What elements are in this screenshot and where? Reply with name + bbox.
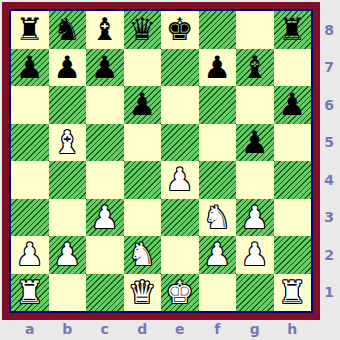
black-king-icon: ♚ bbox=[166, 11, 194, 49]
square-e1[interactable]: ♚ bbox=[161, 274, 199, 312]
square-d6[interactable]: ♟ bbox=[124, 86, 162, 124]
white-pawn-icon: ♟ bbox=[241, 199, 269, 237]
square-d4[interactable] bbox=[124, 161, 162, 199]
white-knight-icon: ♞ bbox=[203, 199, 231, 237]
square-a1[interactable]: ♜ bbox=[11, 274, 49, 312]
square-b6[interactable] bbox=[49, 86, 87, 124]
square-c1[interactable] bbox=[86, 274, 124, 312]
square-a3[interactable] bbox=[11, 199, 49, 237]
white-pawn-icon: ♟ bbox=[53, 236, 81, 274]
rank-labels: 87654321 bbox=[319, 11, 339, 311]
square-e3[interactable] bbox=[161, 199, 199, 237]
black-pawn-icon: ♟ bbox=[278, 86, 306, 124]
file-label-e: e bbox=[161, 319, 199, 339]
black-rook-icon: ♜ bbox=[16, 11, 44, 49]
square-d1[interactable]: ♛ bbox=[124, 274, 162, 312]
rank-label-1: 1 bbox=[319, 274, 339, 312]
square-a2[interactable]: ♟ bbox=[11, 236, 49, 274]
file-label-b: b bbox=[49, 319, 87, 339]
square-a6[interactable] bbox=[11, 86, 49, 124]
square-a4[interactable] bbox=[11, 161, 49, 199]
square-g4[interactable] bbox=[236, 161, 274, 199]
square-f5[interactable] bbox=[199, 124, 237, 162]
square-c8[interactable]: ♝ bbox=[86, 11, 124, 49]
rank-label-3: 3 bbox=[319, 199, 339, 237]
square-b2[interactable]: ♟ bbox=[49, 236, 87, 274]
square-h6[interactable]: ♟ bbox=[274, 86, 312, 124]
square-b4[interactable] bbox=[49, 161, 87, 199]
black-pawn-icon: ♟ bbox=[53, 49, 81, 87]
square-e4[interactable]: ♟ bbox=[161, 161, 199, 199]
square-g1[interactable] bbox=[236, 274, 274, 312]
white-rook-icon: ♜ bbox=[16, 274, 44, 312]
square-c2[interactable] bbox=[86, 236, 124, 274]
white-pawn-icon: ♟ bbox=[203, 236, 231, 274]
square-h5[interactable] bbox=[274, 124, 312, 162]
black-pawn-icon: ♟ bbox=[128, 86, 156, 124]
square-d3[interactable] bbox=[124, 199, 162, 237]
square-g2[interactable]: ♟ bbox=[236, 236, 274, 274]
white-pawn-icon: ♟ bbox=[16, 236, 44, 274]
white-queen-icon: ♛ bbox=[128, 274, 156, 312]
file-label-g: g bbox=[236, 319, 274, 339]
rank-label-4: 4 bbox=[319, 161, 339, 199]
square-g7[interactable]: ♝ bbox=[236, 49, 274, 87]
square-e8[interactable]: ♚ bbox=[161, 11, 199, 49]
chess-board: ♜♞♝♛♚♜♟♟♟♟♝♟♟♝♟♟♟♞♟♟♟♞♟♟♜♛♚♜ bbox=[11, 11, 311, 311]
white-king-icon: ♚ bbox=[166, 274, 194, 312]
black-pawn-icon: ♟ bbox=[91, 49, 119, 87]
board-frame: ♜♞♝♛♚♜♟♟♟♟♝♟♟♝♟♟♟♞♟♟♟♞♟♟♜♛♚♜ bbox=[2, 2, 320, 320]
square-g6[interactable] bbox=[236, 86, 274, 124]
rank-label-7: 7 bbox=[319, 49, 339, 87]
file-label-f: f bbox=[199, 319, 237, 339]
square-d7[interactable] bbox=[124, 49, 162, 87]
rank-label-2: 2 bbox=[319, 236, 339, 274]
square-h2[interactable] bbox=[274, 236, 312, 274]
square-b5[interactable]: ♝ bbox=[49, 124, 87, 162]
square-d8[interactable]: ♛ bbox=[124, 11, 162, 49]
square-h1[interactable]: ♜ bbox=[274, 274, 312, 312]
square-f8[interactable] bbox=[199, 11, 237, 49]
square-h4[interactable] bbox=[274, 161, 312, 199]
square-a5[interactable] bbox=[11, 124, 49, 162]
square-d2[interactable]: ♞ bbox=[124, 236, 162, 274]
black-pawn-icon: ♟ bbox=[16, 49, 44, 87]
board-inner-frame: ♜♞♝♛♚♜♟♟♟♟♝♟♟♝♟♟♟♞♟♟♟♞♟♟♜♛♚♜ bbox=[9, 9, 313, 313]
square-e5[interactable] bbox=[161, 124, 199, 162]
square-b8[interactable]: ♞ bbox=[49, 11, 87, 49]
square-d5[interactable] bbox=[124, 124, 162, 162]
black-pawn-icon: ♟ bbox=[241, 124, 269, 162]
file-label-d: d bbox=[124, 319, 162, 339]
square-f4[interactable] bbox=[199, 161, 237, 199]
rank-label-8: 8 bbox=[319, 11, 339, 49]
square-c7[interactable]: ♟ bbox=[86, 49, 124, 87]
square-f2[interactable]: ♟ bbox=[199, 236, 237, 274]
rank-label-6: 6 bbox=[319, 86, 339, 124]
square-f3[interactable]: ♞ bbox=[199, 199, 237, 237]
black-bishop-icon: ♝ bbox=[91, 11, 119, 49]
square-g5[interactable]: ♟ bbox=[236, 124, 274, 162]
square-c3[interactable]: ♟ bbox=[86, 199, 124, 237]
file-label-a: a bbox=[11, 319, 49, 339]
black-bishop-icon: ♝ bbox=[241, 49, 269, 87]
square-c6[interactable] bbox=[86, 86, 124, 124]
square-e2[interactable] bbox=[161, 236, 199, 274]
chess-app-canvas: ♜♞♝♛♚♜♟♟♟♟♝♟♟♝♟♟♟♞♟♟♟♞♟♟♜♛♚♜ abcdefgh 87… bbox=[0, 0, 340, 340]
white-pawn-icon: ♟ bbox=[166, 161, 194, 199]
file-label-h: h bbox=[274, 319, 312, 339]
square-a7[interactable]: ♟ bbox=[11, 49, 49, 87]
square-c4[interactable] bbox=[86, 161, 124, 199]
black-queen-icon: ♛ bbox=[128, 11, 156, 49]
white-bishop-icon: ♝ bbox=[53, 124, 81, 162]
black-pawn-icon: ♟ bbox=[203, 49, 231, 87]
square-a8[interactable]: ♜ bbox=[11, 11, 49, 49]
white-pawn-icon: ♟ bbox=[241, 236, 269, 274]
square-h7[interactable] bbox=[274, 49, 312, 87]
file-labels: abcdefgh bbox=[11, 319, 311, 339]
square-h3[interactable] bbox=[274, 199, 312, 237]
square-e6[interactable] bbox=[161, 86, 199, 124]
square-g3[interactable]: ♟ bbox=[236, 199, 274, 237]
black-knight-icon: ♞ bbox=[53, 11, 81, 49]
square-h8[interactable]: ♜ bbox=[274, 11, 312, 49]
white-knight-icon: ♞ bbox=[128, 236, 156, 274]
white-pawn-icon: ♟ bbox=[91, 199, 119, 237]
square-c5[interactable] bbox=[86, 124, 124, 162]
square-g8[interactable] bbox=[236, 11, 274, 49]
square-f7[interactable]: ♟ bbox=[199, 49, 237, 87]
square-f1[interactable] bbox=[199, 274, 237, 312]
square-b7[interactable]: ♟ bbox=[49, 49, 87, 87]
square-b3[interactable] bbox=[49, 199, 87, 237]
rank-label-5: 5 bbox=[319, 124, 339, 162]
file-label-c: c bbox=[86, 319, 124, 339]
square-e7[interactable] bbox=[161, 49, 199, 87]
black-rook-icon: ♜ bbox=[278, 11, 306, 49]
white-rook-icon: ♜ bbox=[278, 274, 306, 312]
square-f6[interactable] bbox=[199, 86, 237, 124]
square-b1[interactable] bbox=[49, 274, 87, 312]
